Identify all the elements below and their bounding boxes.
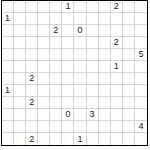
grid-cell[interactable] xyxy=(74,121,86,133)
grid-cell[interactable] xyxy=(62,13,74,25)
grid-cell[interactable] xyxy=(26,109,38,121)
grid-cell[interactable] xyxy=(99,133,111,145)
grid-cell[interactable] xyxy=(50,121,62,133)
grid-cell[interactable] xyxy=(50,61,62,73)
grid-cell[interactable] xyxy=(87,97,99,109)
grid-cell[interactable] xyxy=(111,121,123,133)
grid-cell[interactable] xyxy=(135,73,147,85)
grid-cell[interactable] xyxy=(111,109,123,121)
grid-cell[interactable] xyxy=(2,109,14,121)
grid-cell[interactable] xyxy=(62,97,74,109)
grid-cell[interactable] xyxy=(99,13,111,25)
grid-cell[interactable] xyxy=(50,133,62,145)
grid-cell[interactable] xyxy=(38,13,50,25)
grid-cell[interactable] xyxy=(99,97,111,109)
grid-cell[interactable] xyxy=(111,97,123,109)
grid-cell[interactable] xyxy=(50,13,62,25)
grid-cell[interactable] xyxy=(14,13,26,25)
grid-cell[interactable] xyxy=(111,25,123,37)
grid-cell[interactable] xyxy=(14,121,26,133)
clue-cell: 0 xyxy=(62,109,74,121)
grid-cell[interactable] xyxy=(14,61,26,73)
grid-cell[interactable] xyxy=(38,121,50,133)
grid-cell[interactable] xyxy=(135,133,147,145)
grid-cell[interactable] xyxy=(74,73,86,85)
grid-cell[interactable] xyxy=(38,25,50,37)
grid-cell[interactable] xyxy=(87,1,99,13)
grid-cell[interactable] xyxy=(87,13,99,25)
grid-cell[interactable] xyxy=(14,85,26,97)
grid-cell[interactable] xyxy=(62,73,74,85)
grid-cell[interactable] xyxy=(26,37,38,49)
grid-cell[interactable] xyxy=(14,133,26,145)
grid-cell[interactable] xyxy=(26,85,38,97)
grid-cell[interactable] xyxy=(135,25,147,37)
grid-cell[interactable] xyxy=(2,25,14,37)
grid-cell[interactable] xyxy=(74,13,86,25)
grid-cell[interactable] xyxy=(74,49,86,61)
grid-cell[interactable] xyxy=(14,73,26,85)
grid-cell[interactable] xyxy=(99,25,111,37)
grid-cell[interactable] xyxy=(38,1,50,13)
grid-cell[interactable] xyxy=(26,49,38,61)
grid-cell[interactable] xyxy=(99,73,111,85)
grid-cell[interactable] xyxy=(38,85,50,97)
grid-cell[interactable] xyxy=(2,61,14,73)
grid-cell[interactable] xyxy=(38,49,50,61)
grid-cell[interactable] xyxy=(2,133,14,145)
clue-cell: 2 xyxy=(26,133,38,145)
grid-cell[interactable] xyxy=(50,1,62,13)
grid-cell[interactable] xyxy=(2,97,14,109)
clue-cell: 0 xyxy=(74,25,86,37)
grid-cell[interactable] xyxy=(87,25,99,37)
clue-cell: 4 xyxy=(135,121,147,133)
grid-cell[interactable] xyxy=(14,25,26,37)
clue-cell: 2 xyxy=(50,25,62,37)
grid-cell[interactable] xyxy=(87,37,99,49)
grid-cell[interactable] xyxy=(2,1,14,13)
grid-cell[interactable] xyxy=(99,109,111,121)
grid-cell[interactable] xyxy=(26,25,38,37)
grid-cell[interactable] xyxy=(62,85,74,97)
grid-cell[interactable] xyxy=(2,49,14,61)
grid-cell[interactable] xyxy=(38,133,50,145)
grid-cell[interactable] xyxy=(123,121,135,133)
clue-cell: 1 xyxy=(2,13,14,25)
grid-cell[interactable] xyxy=(135,13,147,25)
grid-cell[interactable] xyxy=(123,85,135,97)
grid-cell[interactable] xyxy=(74,37,86,49)
grid-cell[interactable] xyxy=(99,1,111,13)
grid-cell[interactable] xyxy=(62,121,74,133)
grid-cell[interactable] xyxy=(26,13,38,25)
clue-cell: 1 xyxy=(74,133,86,145)
puzzle-board: 1212025121203421 xyxy=(1,0,148,146)
grid-cell[interactable] xyxy=(74,109,86,121)
grid-cell[interactable] xyxy=(50,37,62,49)
grid-cell[interactable] xyxy=(87,133,99,145)
grid-cell[interactable] xyxy=(123,49,135,61)
grid-cell[interactable] xyxy=(99,37,111,49)
grid-cell[interactable] xyxy=(111,133,123,145)
clue-cell: 2 xyxy=(111,1,123,13)
clue-cell: 2 xyxy=(111,37,123,49)
grid-cell[interactable] xyxy=(38,73,50,85)
clue-cell: 1 xyxy=(111,61,123,73)
grid-cell[interactable] xyxy=(135,85,147,97)
grid-cell[interactable] xyxy=(50,73,62,85)
grid-cell[interactable] xyxy=(111,49,123,61)
grid-cell[interactable] xyxy=(50,85,62,97)
grid-cell[interactable] xyxy=(111,73,123,85)
grid-cell[interactable] xyxy=(135,61,147,73)
grid-cell[interactable] xyxy=(2,121,14,133)
grid-cell[interactable] xyxy=(99,61,111,73)
grid-cell[interactable] xyxy=(26,121,38,133)
clue-cell: 1 xyxy=(62,1,74,13)
grid-cell[interactable] xyxy=(50,109,62,121)
grid-cell[interactable] xyxy=(74,1,86,13)
grid-cell[interactable] xyxy=(123,133,135,145)
grid-cell[interactable] xyxy=(87,49,99,61)
grid-cell[interactable] xyxy=(62,37,74,49)
grid-cell[interactable] xyxy=(111,85,123,97)
grid-cell[interactable] xyxy=(87,61,99,73)
grid-cell[interactable] xyxy=(111,13,123,25)
grid-cell[interactable] xyxy=(14,49,26,61)
grid-cell[interactable] xyxy=(87,73,99,85)
grid-cell[interactable] xyxy=(123,61,135,73)
grid-cell[interactable] xyxy=(87,85,99,97)
grid-cell[interactable] xyxy=(135,97,147,109)
grid-cell[interactable] xyxy=(62,133,74,145)
grid-cell[interactable] xyxy=(38,61,50,73)
grid-cell[interactable] xyxy=(26,1,38,13)
grid-cell[interactable] xyxy=(123,97,135,109)
grid-cell[interactable] xyxy=(99,85,111,97)
grid-cell[interactable] xyxy=(2,37,14,49)
grid-cell[interactable] xyxy=(123,37,135,49)
grid-cell[interactable] xyxy=(123,73,135,85)
grid-cell[interactable] xyxy=(38,37,50,49)
grid-cell[interactable] xyxy=(74,85,86,97)
grid-cell[interactable] xyxy=(123,1,135,13)
grid-cell[interactable] xyxy=(99,49,111,61)
clue-cell: 3 xyxy=(87,109,99,121)
grid-cell[interactable] xyxy=(74,61,86,73)
grid-cell[interactable] xyxy=(2,73,14,85)
grid-cell[interactable] xyxy=(26,61,38,73)
grid-cell[interactable] xyxy=(123,25,135,37)
grid-cell[interactable] xyxy=(135,37,147,49)
clue-cell: 2 xyxy=(26,73,38,85)
grid-cell[interactable] xyxy=(87,121,99,133)
grid-cell[interactable] xyxy=(38,97,50,109)
grid-cell[interactable] xyxy=(135,109,147,121)
grid-cell[interactable] xyxy=(14,109,26,121)
grid-cell[interactable] xyxy=(135,1,147,13)
grid-cell[interactable] xyxy=(14,97,26,109)
grid-cell[interactable] xyxy=(74,97,86,109)
grid-cell[interactable] xyxy=(62,49,74,61)
clue-cell: 2 xyxy=(26,97,38,109)
grid-cell[interactable] xyxy=(50,49,62,61)
clue-cell: 5 xyxy=(135,49,147,61)
grid-cell[interactable] xyxy=(99,121,111,133)
grid-cell[interactable] xyxy=(14,37,26,49)
grid-cell[interactable] xyxy=(62,61,74,73)
grid-cell[interactable] xyxy=(123,109,135,121)
grid-cell[interactable] xyxy=(14,1,26,13)
grid-cell[interactable] xyxy=(50,97,62,109)
grid-cell[interactable] xyxy=(123,13,135,25)
clue-cell: 1 xyxy=(2,85,14,97)
grid-cell[interactable] xyxy=(62,25,74,37)
grid-cell[interactable] xyxy=(38,109,50,121)
